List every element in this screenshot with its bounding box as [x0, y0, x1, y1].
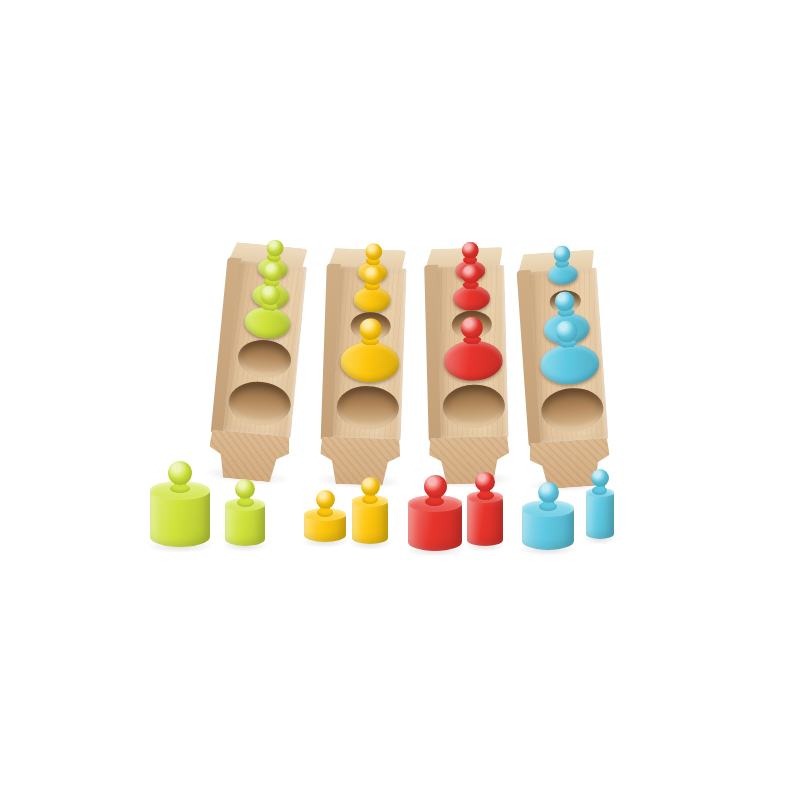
product-photo-scene: Montessori knobbed cylinder blocks (wood… — [0, 0, 800, 800]
peg-knob[interactable] — [363, 265, 383, 285]
cylinder-red-5-knob[interactable] — [424, 475, 447, 498]
cylinder-blue-5-knob[interactable] — [538, 482, 559, 503]
knob-collar — [425, 497, 444, 506]
knob-collar — [237, 498, 254, 507]
cylinder-green-5-knob[interactable] — [168, 461, 192, 485]
block-green — [207, 241, 309, 484]
knob-collar — [170, 484, 190, 493]
cylinder-red-3-knob[interactable] — [475, 472, 495, 492]
cylinder-yellow-5[interactable] — [352, 501, 388, 544]
knob-collar — [477, 491, 494, 500]
knob-collar — [539, 502, 557, 511]
block-yellow — [319, 248, 407, 487]
peg-knob[interactable] — [461, 264, 480, 283]
cylinder-yellow-3-knob[interactable] — [316, 490, 335, 509]
block-red — [424, 247, 510, 485]
peg-yellow-2[interactable] — [353, 286, 391, 312]
block-blue — [515, 249, 611, 490]
knob-collar — [362, 495, 378, 504]
peg-knob[interactable] — [461, 242, 478, 259]
knob-collar — [592, 486, 607, 495]
cylinder-red-3[interactable] — [467, 497, 503, 546]
cylinder-green-4-knob[interactable] — [235, 479, 255, 499]
cylinder-blue-2[interactable] — [586, 492, 614, 539]
knob-collar — [317, 508, 333, 517]
peg-red-2[interactable] — [452, 285, 490, 311]
peg-knob[interactable] — [364, 243, 382, 261]
cylinder-yellow-5-knob[interactable] — [361, 477, 380, 496]
cylinder-blue-2-knob[interactable] — [591, 469, 609, 487]
